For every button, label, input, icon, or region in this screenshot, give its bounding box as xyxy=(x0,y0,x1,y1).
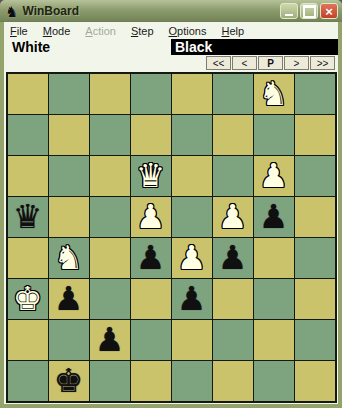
square-f4[interactable]: ♟ xyxy=(213,238,253,278)
menu-mode[interactable]: Mode xyxy=(43,25,71,37)
square-e6[interactable] xyxy=(172,156,212,196)
square-c7[interactable] xyxy=(90,115,130,155)
square-b6[interactable] xyxy=(49,156,89,196)
window-title: WinBoard xyxy=(22,4,278,18)
square-a5[interactable]: ♛ xyxy=(8,197,48,237)
square-d4[interactable]: ♟ xyxy=(131,238,171,278)
close-button[interactable] xyxy=(320,3,338,19)
menu-step[interactable]: Step xyxy=(131,25,154,37)
square-e2[interactable] xyxy=(172,320,212,360)
piece-white-pawn[interactable]: ♟ xyxy=(136,197,166,237)
square-g5[interactable]: ♟ xyxy=(254,197,294,237)
square-b3[interactable]: ♟ xyxy=(49,279,89,319)
piece-white-queen[interactable]: ♛ xyxy=(136,156,166,196)
square-e7[interactable] xyxy=(172,115,212,155)
minimize-button[interactable] xyxy=(280,3,298,19)
window-content: File Mode Action Step Options Help White… xyxy=(4,22,338,404)
square-h5[interactable] xyxy=(295,197,335,237)
square-d5[interactable]: ♟ xyxy=(131,197,171,237)
square-a2[interactable] xyxy=(8,320,48,360)
white-clock-label: White xyxy=(12,39,50,55)
winboard-window: ♞ WinBoard File Mode Action Step Options… xyxy=(0,0,342,408)
square-c1[interactable] xyxy=(90,361,130,401)
square-f7[interactable] xyxy=(213,115,253,155)
piece-white-king[interactable]: ♚ xyxy=(13,279,43,319)
square-h8[interactable] xyxy=(295,74,335,114)
menu-file[interactable]: File xyxy=(10,25,28,37)
square-h3[interactable] xyxy=(295,279,335,319)
square-f3[interactable] xyxy=(213,279,253,319)
nav-to-end-button[interactable]: >> xyxy=(310,56,335,70)
menu-action: Action xyxy=(85,25,116,37)
square-f2[interactable] xyxy=(213,320,253,360)
square-a4[interactable] xyxy=(8,238,48,278)
square-b8[interactable] xyxy=(49,74,89,114)
square-b5[interactable] xyxy=(49,197,89,237)
piece-white-pawn[interactable]: ♟ xyxy=(259,156,289,196)
square-c6[interactable] xyxy=(90,156,130,196)
square-b4[interactable]: ♞ xyxy=(49,238,89,278)
square-c5[interactable] xyxy=(90,197,130,237)
piece-white-knight[interactable]: ♞ xyxy=(54,238,84,278)
square-g2[interactable] xyxy=(254,320,294,360)
square-a6[interactable] xyxy=(8,156,48,196)
piece-white-pawn[interactable]: ♟ xyxy=(218,197,248,237)
square-g3[interactable] xyxy=(254,279,294,319)
square-g8[interactable]: ♞ xyxy=(254,74,294,114)
square-c4[interactable] xyxy=(90,238,130,278)
piece-black-pawn[interactable]: ♟ xyxy=(95,320,125,360)
piece-black-pawn[interactable]: ♟ xyxy=(259,197,289,237)
square-a1[interactable] xyxy=(8,361,48,401)
square-h2[interactable] xyxy=(295,320,335,360)
nav-to-start-button[interactable]: << xyxy=(206,56,231,70)
piece-black-queen[interactable]: ♛ xyxy=(13,197,43,237)
square-b2[interactable] xyxy=(49,320,89,360)
maximize-button[interactable] xyxy=(300,3,318,19)
square-c2[interactable]: ♟ xyxy=(90,320,130,360)
square-e8[interactable] xyxy=(172,74,212,114)
square-h6[interactable] xyxy=(295,156,335,196)
chess-board: ♞♛♟♛♟♟♟♞♟♟♟♚♟♟♟♚ xyxy=(6,72,337,403)
square-h4[interactable] xyxy=(295,238,335,278)
nav-forward-button[interactable]: > xyxy=(284,56,309,70)
square-c8[interactable] xyxy=(90,74,130,114)
title-bar[interactable]: ♞ WinBoard xyxy=(0,0,342,22)
square-g1[interactable] xyxy=(254,361,294,401)
square-h1[interactable] xyxy=(295,361,335,401)
nav-back-button[interactable]: < xyxy=(232,56,257,70)
navigation-row: << < P > >> xyxy=(4,55,338,71)
knight-logo-icon: ♞ xyxy=(5,4,18,19)
square-g4[interactable] xyxy=(254,238,294,278)
square-a7[interactable] xyxy=(8,115,48,155)
piece-white-pawn[interactable]: ♟ xyxy=(177,238,207,278)
menu-bar: File Mode Action Step Options Help xyxy=(4,22,338,39)
square-e5[interactable] xyxy=(172,197,212,237)
menu-options[interactable]: Options xyxy=(169,25,207,37)
square-a8[interactable] xyxy=(8,74,48,114)
square-f6[interactable] xyxy=(213,156,253,196)
square-e1[interactable] xyxy=(172,361,212,401)
square-d3[interactable] xyxy=(131,279,171,319)
piece-black-pawn[interactable]: ♟ xyxy=(54,279,84,319)
piece-white-knight[interactable]: ♞ xyxy=(259,74,289,114)
piece-black-pawn[interactable]: ♟ xyxy=(177,279,207,319)
square-g6[interactable]: ♟ xyxy=(254,156,294,196)
square-c3[interactable] xyxy=(90,279,130,319)
square-h7[interactable] xyxy=(295,115,335,155)
square-g7[interactable] xyxy=(254,115,294,155)
square-d8[interactable] xyxy=(131,74,171,114)
square-f1[interactable] xyxy=(213,361,253,401)
square-b7[interactable] xyxy=(49,115,89,155)
square-d1[interactable] xyxy=(131,361,171,401)
square-a3[interactable]: ♚ xyxy=(8,279,48,319)
square-e3[interactable]: ♟ xyxy=(172,279,212,319)
square-f8[interactable] xyxy=(213,74,253,114)
piece-black-pawn[interactable]: ♟ xyxy=(218,238,248,278)
square-d2[interactable] xyxy=(131,320,171,360)
black-clock-label-active: Black xyxy=(171,39,338,55)
square-d6[interactable]: ♛ xyxy=(131,156,171,196)
piece-black-king[interactable]: ♚ xyxy=(54,361,84,401)
square-f5[interactable]: ♟ xyxy=(213,197,253,237)
square-b1[interactable]: ♚ xyxy=(49,361,89,401)
square-d7[interactable] xyxy=(131,115,171,155)
menu-help[interactable]: Help xyxy=(221,25,244,37)
nav-pause-button[interactable]: P xyxy=(258,56,283,70)
square-e4[interactable]: ♟ xyxy=(172,238,212,278)
piece-black-pawn[interactable]: ♟ xyxy=(136,238,166,278)
clock-row: White Black xyxy=(4,39,338,55)
